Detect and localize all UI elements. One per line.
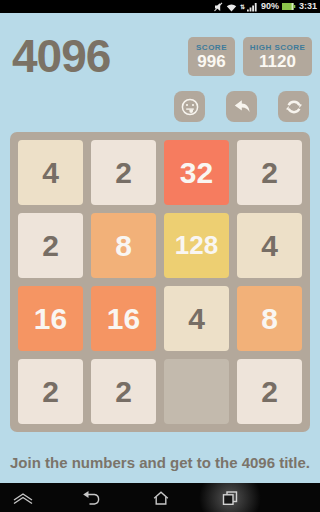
mute-icon [214, 2, 223, 12]
home-nav-icon[interactable] [152, 490, 170, 506]
wifi-icon [226, 2, 237, 12]
data-updown-icon: ⇅ [240, 4, 244, 10]
navigation-bar [0, 483, 320, 512]
undo-button[interactable] [226, 91, 257, 122]
score-value: 996 [188, 53, 235, 70]
empty-cell [164, 359, 229, 424]
instruction-text: Join the numbers and get to the 4096 tit… [0, 454, 320, 471]
tile-2: 2 [18, 213, 83, 278]
tile-2: 2 [18, 359, 83, 424]
battery-percent: 90% [261, 0, 279, 13]
tile-2: 2 [91, 359, 156, 424]
signal-icon [247, 2, 258, 12]
tile-128: 128 [164, 213, 229, 278]
emoji-button[interactable] [174, 91, 205, 122]
tile-4: 4 [237, 213, 302, 278]
emoji-face-icon [180, 97, 200, 117]
score-box: SCORE 996 [188, 37, 235, 76]
tile-8: 8 [91, 213, 156, 278]
game-app: 4096 SCORE 996 HIGH SCORE 1120 [0, 13, 320, 483]
high-score-value: 1120 [243, 53, 312, 70]
phone-screen: ⇅ 90% 3:31 4096 SCORE 996 HIGH SCORE 112… [0, 0, 320, 512]
tile-8: 8 [237, 286, 302, 351]
tile-16: 16 [18, 286, 83, 351]
tile-2: 2 [237, 359, 302, 424]
tile-32: 32 [164, 140, 229, 205]
back-nav-icon[interactable] [82, 490, 102, 506]
board-grid[interactable]: 42322281284161648222 [10, 132, 310, 432]
high-score-label: HIGH SCORE [243, 43, 312, 52]
clock: 3:31 [299, 0, 317, 13]
battery-icon [282, 2, 296, 11]
high-score-box: HIGH SCORE 1120 [243, 37, 312, 76]
tile-2: 2 [91, 140, 156, 205]
score-label: SCORE [188, 43, 235, 52]
tile-4: 4 [164, 286, 229, 351]
status-bar: ⇅ 90% 3:31 [0, 0, 320, 13]
undo-arrow-icon [232, 97, 252, 117]
restart-button[interactable] [278, 91, 309, 122]
tile-2: 2 [237, 140, 302, 205]
tile-16: 16 [91, 286, 156, 351]
tile-4: 4 [18, 140, 83, 205]
restart-refresh-icon [284, 97, 304, 117]
page-title: 4096 [12, 33, 110, 79]
collapse-nav-icon[interactable] [11, 491, 35, 504]
recents-nav-icon[interactable] [221, 490, 239, 506]
